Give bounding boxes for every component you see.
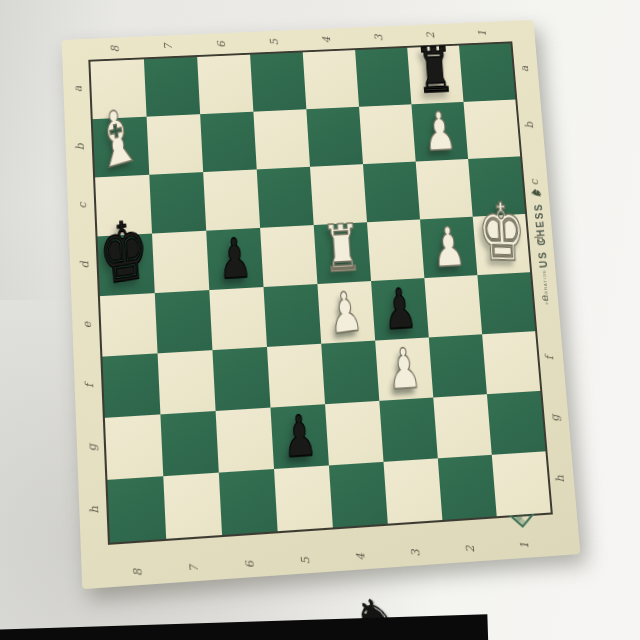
square-g4	[325, 401, 383, 466]
white-pawn-e4: ♟	[326, 284, 364, 343]
square-a4	[303, 50, 359, 109]
square-a3	[355, 48, 411, 107]
square-d2: ♟	[420, 217, 477, 278]
square-f6	[212, 347, 270, 411]
white-pawn-f3: ♟	[386, 341, 423, 399]
square-b4	[306, 107, 363, 167]
square-d7	[152, 231, 209, 293]
square-a7	[144, 57, 200, 117]
square-b7	[147, 114, 204, 175]
black-pawn-d6: ♟	[217, 232, 253, 289]
square-g1	[487, 391, 546, 455]
rank-label-5: 5	[293, 532, 317, 590]
square-f7	[158, 350, 216, 414]
square-g6	[216, 408, 274, 473]
square-d1: ♚	[473, 214, 530, 275]
square-f5	[267, 344, 325, 408]
square-h3	[384, 458, 443, 523]
square-a6	[197, 55, 253, 115]
square-b2: ♟	[411, 102, 468, 162]
square-g5: ♟	[270, 404, 328, 469]
square-d4: ♜	[314, 222, 371, 284]
square-c6	[203, 169, 260, 230]
chess-board: 87654321 87654321 abcdefgh abcdefgh ♞ US…	[62, 20, 581, 589]
rank-label-7: 7	[182, 539, 206, 597]
square-b3	[359, 104, 416, 164]
square-e5	[264, 284, 322, 347]
square-f2	[429, 334, 487, 397]
square-e6	[209, 287, 267, 350]
square-c3	[363, 162, 420, 223]
rank-label-2: 2	[458, 521, 482, 578]
square-c5	[257, 167, 314, 228]
square-e2	[424, 275, 482, 337]
square-f1	[482, 331, 540, 394]
square-d5	[260, 225, 317, 287]
square-g2	[433, 394, 492, 458]
square-c7	[149, 172, 206, 233]
square-e1	[477, 272, 535, 334]
white-king-d1: ♚	[476, 193, 528, 274]
vinyl-board-border: 87654321 87654321 abcdefgh abcdefgh ♞ US…	[62, 20, 581, 589]
square-h7	[163, 473, 222, 539]
playing-area: ♜♝♟♚♟♜♟♚♟♟♟♟	[88, 41, 553, 545]
square-e3: ♟	[371, 278, 429, 340]
square-f4	[321, 341, 379, 405]
rank-label-3: 3	[403, 524, 427, 582]
square-f3: ♟	[375, 337, 433, 400]
black-pawn-g5: ♟	[281, 408, 318, 467]
square-d8: ♚	[98, 234, 155, 297]
black-pawn-e3: ♟	[382, 282, 419, 339]
square-h4	[329, 462, 388, 528]
white-rook-d4: ♜	[320, 216, 363, 283]
rank-label-6: 6	[238, 536, 262, 594]
rank-labels-bottom: 87654321	[109, 533, 552, 585]
rank-label-4: 4	[348, 528, 372, 586]
rank-label-1: 1	[512, 517, 537, 574]
square-c2	[416, 159, 473, 220]
square-e4: ♟	[317, 281, 375, 344]
square-g7	[160, 411, 218, 476]
board-grid: ♜♝♟♚♟♜♟♚♟♟♟♟	[90, 43, 550, 542]
square-a5	[250, 52, 306, 111]
rank-label-8: 8	[126, 543, 149, 602]
square-h5	[274, 465, 333, 531]
table-edge-shadow	[0, 614, 488, 640]
square-d3	[367, 219, 424, 281]
square-b1	[464, 99, 521, 158]
black-rook-a2: ♜	[414, 39, 457, 103]
table-surface: 87654321 87654321 abcdefgh abcdefgh ♞ US…	[0, 0, 640, 640]
brand-text: US CHESS	[532, 202, 548, 268]
square-g3	[379, 398, 437, 462]
square-b6	[200, 112, 257, 172]
white-pawn-d2: ♟	[430, 220, 467, 276]
square-g8	[105, 414, 163, 479]
knight-diamond-icon: ♞	[528, 185, 546, 203]
square-a2: ♜	[407, 46, 463, 105]
square-h2	[438, 455, 497, 520]
square-d6: ♟	[206, 228, 263, 290]
square-b5	[253, 109, 310, 169]
square-e8	[100, 293, 158, 357]
square-e7	[155, 290, 213, 353]
square-h8	[107, 476, 166, 542]
square-h1	[492, 451, 551, 516]
square-h6	[219, 469, 278, 535]
brand-subtext: FEDERATION	[541, 269, 549, 304]
square-f8	[102, 353, 160, 417]
black-king-d8: ♚	[96, 209, 152, 297]
square-b8: ♝	[93, 117, 150, 178]
white-pawn-b2: ♟	[422, 105, 458, 159]
square-a1	[459, 43, 515, 102]
